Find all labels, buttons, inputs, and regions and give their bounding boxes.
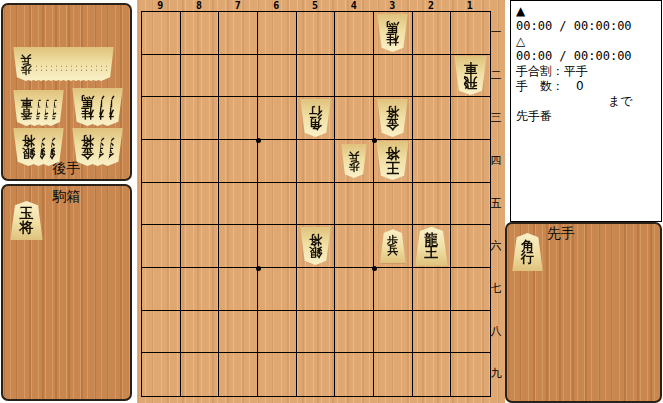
board-cell-3-2[interactable] [374, 55, 413, 98]
board-cell-9-9[interactable] [142, 353, 181, 396]
piece-sente[interactable]: 角行 [512, 233, 543, 271]
board-cell-3-1[interactable]: 桂馬 [374, 12, 413, 55]
board-cell-6-5[interactable] [258, 183, 297, 226]
made-line: まで [516, 94, 661, 109]
board-cell-7-6[interactable] [219, 225, 258, 268]
board-cell-4-1[interactable] [335, 12, 374, 55]
board-cell-6-4[interactable] [258, 140, 297, 183]
board-cell-5-8[interactable] [297, 311, 336, 354]
board-cell-1-7[interactable] [451, 268, 490, 311]
hoshi-dot [256, 266, 261, 271]
board-cell-9-5[interactable] [142, 183, 181, 226]
board-cell-2-1[interactable] [413, 12, 452, 55]
hand-stack-桂馬[interactable]: 桂馬桂馬桂馬 [72, 88, 123, 126]
rank-label: 二 [489, 54, 503, 97]
piece-gote[interactable]: 香車 [13, 90, 40, 126]
board-cell-3-4[interactable]: 王将 [374, 140, 413, 183]
piece-sente[interactable]: 玉将 [10, 201, 43, 240]
rank-labels: 一二三四五六七八九 [489, 11, 503, 395]
board-cell-8-4[interactable] [181, 140, 220, 183]
board-cell-9-7[interactable] [142, 268, 181, 311]
board-cell-7-9[interactable] [219, 353, 258, 396]
board-cell-7-7[interactable] [219, 268, 258, 311]
board-cell-2-9[interactable] [413, 353, 452, 396]
board-cell-5-7[interactable] [297, 268, 336, 311]
board-cell-7-5[interactable] [219, 183, 258, 226]
board-cell-4-4[interactable]: 歩兵 [335, 140, 374, 183]
file-label: 9 [141, 0, 180, 11]
sente-hand-panel: 先手 角行 [505, 222, 662, 403]
board-cell-6-8[interactable] [258, 311, 297, 354]
board-cell-8-2[interactable] [181, 55, 220, 98]
file-label: 4 [334, 0, 373, 11]
sente-hand-slot: 角行 [512, 233, 543, 271]
board-cell-6-7[interactable] [258, 268, 297, 311]
board-cell-1-8[interactable] [451, 311, 490, 354]
board-cell-6-3[interactable] [258, 97, 297, 140]
board-cell-8-6[interactable] [181, 225, 220, 268]
gote-clock: 00:00 / 00:00:00 [516, 49, 661, 64]
board-cell-5-1[interactable] [297, 12, 336, 55]
piece-box-panel: 駒箱 玉将 [1, 184, 132, 401]
file-label: 6 [257, 0, 296, 11]
piece-gote[interactable]: 桂馬 [377, 14, 408, 52]
hand-stack-金将[interactable]: 金将金将金将 [72, 128, 123, 166]
board-cell-2-2[interactable] [413, 55, 452, 98]
game-info-panel: ▲ 00:00 / 00:00:00 △ 00:00 / 00:00:00 手合… [510, 0, 662, 222]
board-cell-2-8[interactable] [413, 311, 452, 354]
rank-label: 一 [489, 11, 503, 54]
board-cell-7-2[interactable] [219, 55, 258, 98]
board-cell-1-2[interactable]: 飛車 [451, 55, 490, 98]
rank-label: 八 [489, 310, 503, 353]
board-cell-3-5[interactable] [374, 183, 413, 226]
board-cell-8-1[interactable] [181, 12, 220, 55]
piece-gote[interactable]: 角行 [300, 99, 331, 137]
board-cell-7-1[interactable] [219, 12, 258, 55]
piece-box-king-slot: 玉将 [10, 201, 43, 240]
piece-gote[interactable]: 歩兵 [13, 47, 39, 81]
board-cell-9-3[interactable] [142, 97, 181, 140]
file-label: 2 [412, 0, 451, 11]
board-cell-5-9[interactable] [297, 353, 336, 396]
piece-gote[interactable]: 桂馬 [72, 88, 103, 126]
board-cell-1-3[interactable] [451, 97, 490, 140]
hand-stack-歩兵[interactable]: 歩兵歩兵歩兵歩兵歩兵歩兵歩兵歩兵歩兵歩兵歩兵歩兵歩兵歩兵歩兵歩兵 [13, 47, 114, 81]
board-cell-4-3[interactable] [335, 97, 374, 140]
board-cell-8-5[interactable] [181, 183, 220, 226]
board-cell-9-4[interactable] [142, 140, 181, 183]
board-cell-7-8[interactable] [219, 311, 258, 354]
board-cell-9-6[interactable] [142, 225, 181, 268]
board-cell-8-8[interactable] [181, 311, 220, 354]
hand-stack-銀将[interactable]: 銀将銀将銀将 [13, 128, 64, 166]
hoshi-dot [372, 138, 377, 143]
handicap-line: 手合割：平手 [516, 64, 661, 79]
board-cell-3-9[interactable] [374, 353, 413, 396]
sente-mark: ▲ [516, 4, 661, 19]
board-cell-2-4[interactable] [413, 140, 452, 183]
file-labels: 987654321 [141, 0, 489, 11]
board-cell-7-4[interactable] [219, 140, 258, 183]
board-cell-3-8[interactable] [374, 311, 413, 354]
hoshi-dot [256, 138, 261, 143]
board-cell-3-7[interactable] [374, 268, 413, 311]
piece-gote[interactable]: 飛車 [454, 56, 487, 95]
board-cell-9-8[interactable] [142, 311, 181, 354]
board-cell-8-7[interactable] [181, 268, 220, 311]
board-cell-8-3[interactable] [181, 97, 220, 140]
piece-gote[interactable]: 金将 [377, 99, 408, 137]
board-cell-5-6[interactable]: 銀将 [297, 225, 336, 268]
file-label: 8 [180, 0, 219, 11]
gote-hand-row-pawns: 歩兵歩兵歩兵歩兵歩兵歩兵歩兵歩兵歩兵歩兵歩兵歩兵歩兵歩兵歩兵歩兵 [13, 47, 114, 81]
board-cell-1-4[interactable] [451, 140, 490, 183]
piece-sente[interactable]: 歩兵 [380, 229, 406, 263]
board-cell-5-3[interactable]: 角行 [297, 97, 336, 140]
rank-label: 七 [489, 267, 503, 310]
board-cell-7-3[interactable] [219, 97, 258, 140]
board-cell-3-3[interactable]: 金将 [374, 97, 413, 140]
board-cell-4-9[interactable] [335, 353, 374, 396]
board-cell-6-2[interactable] [258, 55, 297, 98]
board-cell-2-5[interactable] [413, 183, 452, 226]
board-cell-6-6[interactable] [258, 225, 297, 268]
file-label: 1 [450, 0, 489, 11]
rank-label: 四 [489, 139, 503, 182]
board-cell-4-5[interactable] [335, 183, 374, 226]
move-count-line: 手 数： 0 [516, 79, 661, 94]
board-cell-5-5[interactable] [297, 183, 336, 226]
board-cell-4-8[interactable] [335, 311, 374, 354]
piece-gote[interactable]: 銀将 [13, 128, 44, 166]
rank-label: 三 [489, 96, 503, 139]
board-cell-6-9[interactable] [258, 353, 297, 396]
piece-gote[interactable]: 王将 [376, 141, 409, 180]
rank-label: 九 [489, 352, 503, 395]
board-cell-2-7[interactable] [413, 268, 452, 311]
board-cell-1-5[interactable] [451, 183, 490, 226]
board-cell-2-3[interactable] [413, 97, 452, 140]
board-cell-9-1[interactable] [142, 12, 181, 55]
board-cell-5-4[interactable] [297, 140, 336, 183]
gote-hand-panel: 歩兵歩兵歩兵歩兵歩兵歩兵歩兵歩兵歩兵歩兵歩兵歩兵歩兵歩兵歩兵歩兵 香車香車香車香… [1, 3, 132, 181]
gote-hand-row-lance-knight: 香車香車香車香車桂馬桂馬桂馬 [13, 88, 123, 126]
hand-stack-香車[interactable]: 香車香車香車香車 [13, 90, 64, 126]
piece-sente[interactable]: 龍王 [415, 227, 448, 266]
sente-clock: 00:00 / 00:00:00 [516, 19, 661, 34]
file-label: 7 [218, 0, 257, 11]
board-cell-4-2[interactable] [335, 55, 374, 98]
shogi-board: 987654321 一二三四五六七八九 桂馬飛車角行金将歩兵王将銀将歩兵龍王 [137, 0, 505, 403]
board-cell-5-2[interactable] [297, 55, 336, 98]
gote-mark: △ [516, 34, 661, 49]
board-cell-2-6[interactable]: 龍王 [413, 225, 452, 268]
piece-gote[interactable]: 銀将 [300, 227, 331, 265]
board-grid: 桂馬飛車角行金将歩兵王将銀将歩兵龍王 [141, 11, 491, 397]
board-cell-1-6[interactable] [451, 225, 490, 268]
file-label: 3 [373, 0, 412, 11]
board-cell-1-1[interactable] [451, 12, 490, 55]
hoshi-dot [372, 266, 377, 271]
board-cell-8-9[interactable] [181, 353, 220, 396]
board-cell-9-2[interactable] [142, 55, 181, 98]
board-cell-3-6[interactable]: 歩兵 [374, 225, 413, 268]
shogi-app: { "game": "shogi", "position": { "sfen":… [0, 0, 663, 403]
board-cell-4-7[interactable] [335, 268, 374, 311]
board-cell-1-9[interactable] [451, 353, 490, 396]
rank-label: 五 [489, 182, 503, 225]
board-cell-6-1[interactable] [258, 12, 297, 55]
file-label: 5 [296, 0, 335, 11]
board-cell-4-6[interactable] [335, 225, 374, 268]
turn-line: 先手番 [516, 109, 661, 124]
rank-label: 六 [489, 224, 503, 267]
piece-gote[interactable]: 金将 [72, 128, 103, 166]
piece-gote[interactable]: 歩兵 [341, 144, 367, 178]
